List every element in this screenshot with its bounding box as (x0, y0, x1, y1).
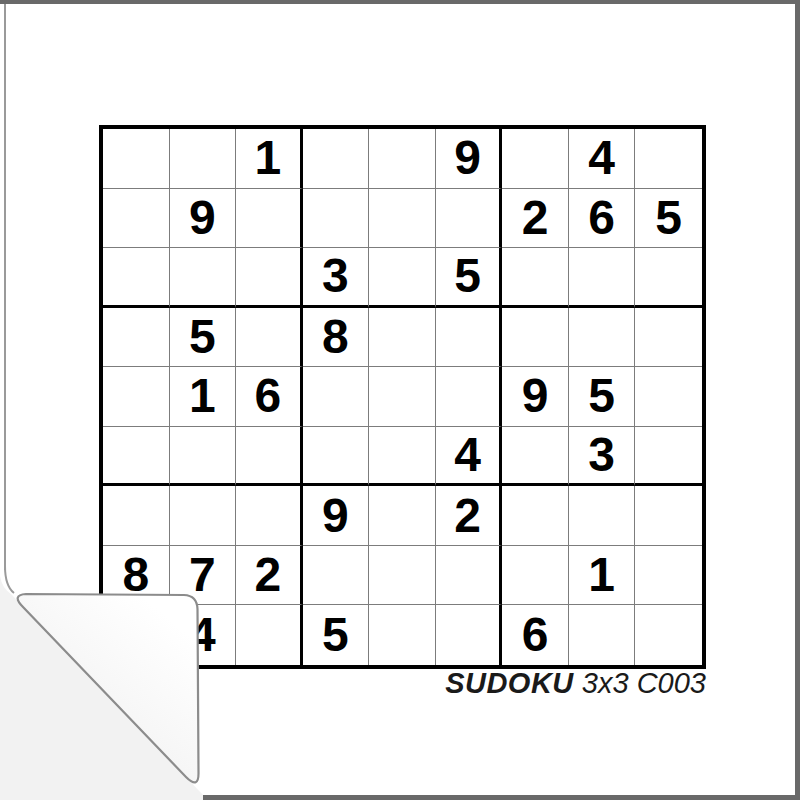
cell-r6c4[interactable] (303, 427, 370, 487)
cell-r5c6[interactable] (436, 367, 503, 427)
cell-r5c4[interactable] (303, 367, 370, 427)
cell-r3c1[interactable] (103, 248, 170, 308)
page-corner-curve (5, 566, 14, 593)
cell-r2c4[interactable] (303, 189, 370, 249)
cell-r1c6[interactable]: 9 (436, 129, 503, 189)
cell-r7c2[interactable] (170, 486, 237, 546)
cell-r2c1[interactable] (103, 189, 170, 249)
sheet: 19492653558169543928721456 SUDOKU 3x3 C0… (0, 0, 800, 800)
cell-r8c7[interactable] (502, 546, 569, 606)
cell-r8c9[interactable] (635, 546, 702, 606)
cell-r4c2[interactable]: 5 (170, 308, 237, 368)
cell-r4c7[interactable] (502, 308, 569, 368)
cell-r5c5[interactable] (369, 367, 436, 427)
cell-r7c5[interactable] (369, 486, 436, 546)
cell-r4c8[interactable] (569, 308, 636, 368)
cell-r6c1[interactable] (103, 427, 170, 487)
cell-r7c6[interactable]: 2 (436, 486, 503, 546)
cell-r3c6[interactable]: 5 (436, 248, 503, 308)
sudoku-grid: 19492653558169543928721456 (99, 125, 706, 669)
cell-r4c4[interactable]: 8 (303, 308, 370, 368)
frame-top-edge (0, 0, 800, 4)
puzzle-caption: SUDOKU 3x3 C003 (445, 668, 706, 700)
cell-r7c4[interactable]: 9 (303, 486, 370, 546)
puzzle-id: 3x3 C003 (574, 667, 706, 699)
cell-r1c7[interactable] (502, 129, 569, 189)
cell-r9c1[interactable] (103, 605, 170, 665)
cell-r7c3[interactable] (236, 486, 303, 546)
frame-right-edge (795, 0, 800, 800)
cell-r9c2[interactable]: 4 (170, 605, 237, 665)
cell-r1c8[interactable]: 4 (569, 129, 636, 189)
cell-r5c1[interactable] (103, 367, 170, 427)
cell-r3c4[interactable]: 3 (303, 248, 370, 308)
cell-r2c2[interactable]: 9 (170, 189, 237, 249)
cell-r9c3[interactable] (236, 605, 303, 665)
cell-r6c6[interactable]: 4 (436, 427, 503, 487)
cell-r7c9[interactable] (635, 486, 702, 546)
cell-r3c8[interactable] (569, 248, 636, 308)
cell-r3c3[interactable] (236, 248, 303, 308)
cell-r9c9[interactable] (635, 605, 702, 665)
cell-r2c3[interactable] (236, 189, 303, 249)
cell-r3c9[interactable] (635, 248, 702, 308)
cell-r9c6[interactable] (436, 605, 503, 665)
cell-r9c5[interactable] (369, 605, 436, 665)
cell-r8c3[interactable]: 2 (236, 546, 303, 606)
cell-r3c2[interactable] (170, 248, 237, 308)
cell-r1c5[interactable] (369, 129, 436, 189)
cell-r7c1[interactable] (103, 486, 170, 546)
cell-r4c9[interactable] (635, 308, 702, 368)
cell-r8c5[interactable] (369, 546, 436, 606)
cell-r8c4[interactable] (303, 546, 370, 606)
cell-r9c4[interactable]: 5 (303, 605, 370, 665)
cell-r6c9[interactable] (635, 427, 702, 487)
cell-r4c5[interactable] (369, 308, 436, 368)
cell-r2c9[interactable]: 5 (635, 189, 702, 249)
cell-r2c7[interactable]: 2 (502, 189, 569, 249)
cell-r8c8[interactable]: 1 (569, 546, 636, 606)
cell-r7c7[interactable] (502, 486, 569, 546)
cell-r8c1[interactable]: 8 (103, 546, 170, 606)
cell-r6c5[interactable] (369, 427, 436, 487)
cell-r7c8[interactable] (569, 486, 636, 546)
cell-r6c7[interactable] (502, 427, 569, 487)
frame-bottom-edge (0, 795, 800, 800)
cell-r4c1[interactable] (103, 308, 170, 368)
cell-r1c1[interactable] (103, 129, 170, 189)
cell-r2c6[interactable] (436, 189, 503, 249)
page-left-edge (4, 4, 6, 570)
cell-r6c3[interactable] (236, 427, 303, 487)
cell-r1c9[interactable] (635, 129, 702, 189)
puzzle-brand: SUDOKU (445, 667, 574, 699)
cell-r5c2[interactable]: 1 (170, 367, 237, 427)
cell-r8c6[interactable] (436, 546, 503, 606)
cell-r2c5[interactable] (369, 189, 436, 249)
cell-r8c2[interactable]: 7 (170, 546, 237, 606)
cell-r3c5[interactable] (369, 248, 436, 308)
cell-r5c9[interactable] (635, 367, 702, 427)
cell-r5c3[interactable]: 6 (236, 367, 303, 427)
cell-r1c2[interactable] (170, 129, 237, 189)
cell-r6c2[interactable] (170, 427, 237, 487)
cell-r6c8[interactable]: 3 (569, 427, 636, 487)
cell-r9c8[interactable] (569, 605, 636, 665)
cell-r4c6[interactable] (436, 308, 503, 368)
cell-r1c3[interactable]: 1 (236, 129, 303, 189)
cell-r9c7[interactable]: 6 (502, 605, 569, 665)
cell-r2c8[interactable]: 6 (569, 189, 636, 249)
cell-r1c4[interactable] (303, 129, 370, 189)
cell-r3c7[interactable] (502, 248, 569, 308)
cell-r5c8[interactable]: 5 (569, 367, 636, 427)
cell-r5c7[interactable]: 9 (502, 367, 569, 427)
cell-r4c3[interactable] (236, 308, 303, 368)
